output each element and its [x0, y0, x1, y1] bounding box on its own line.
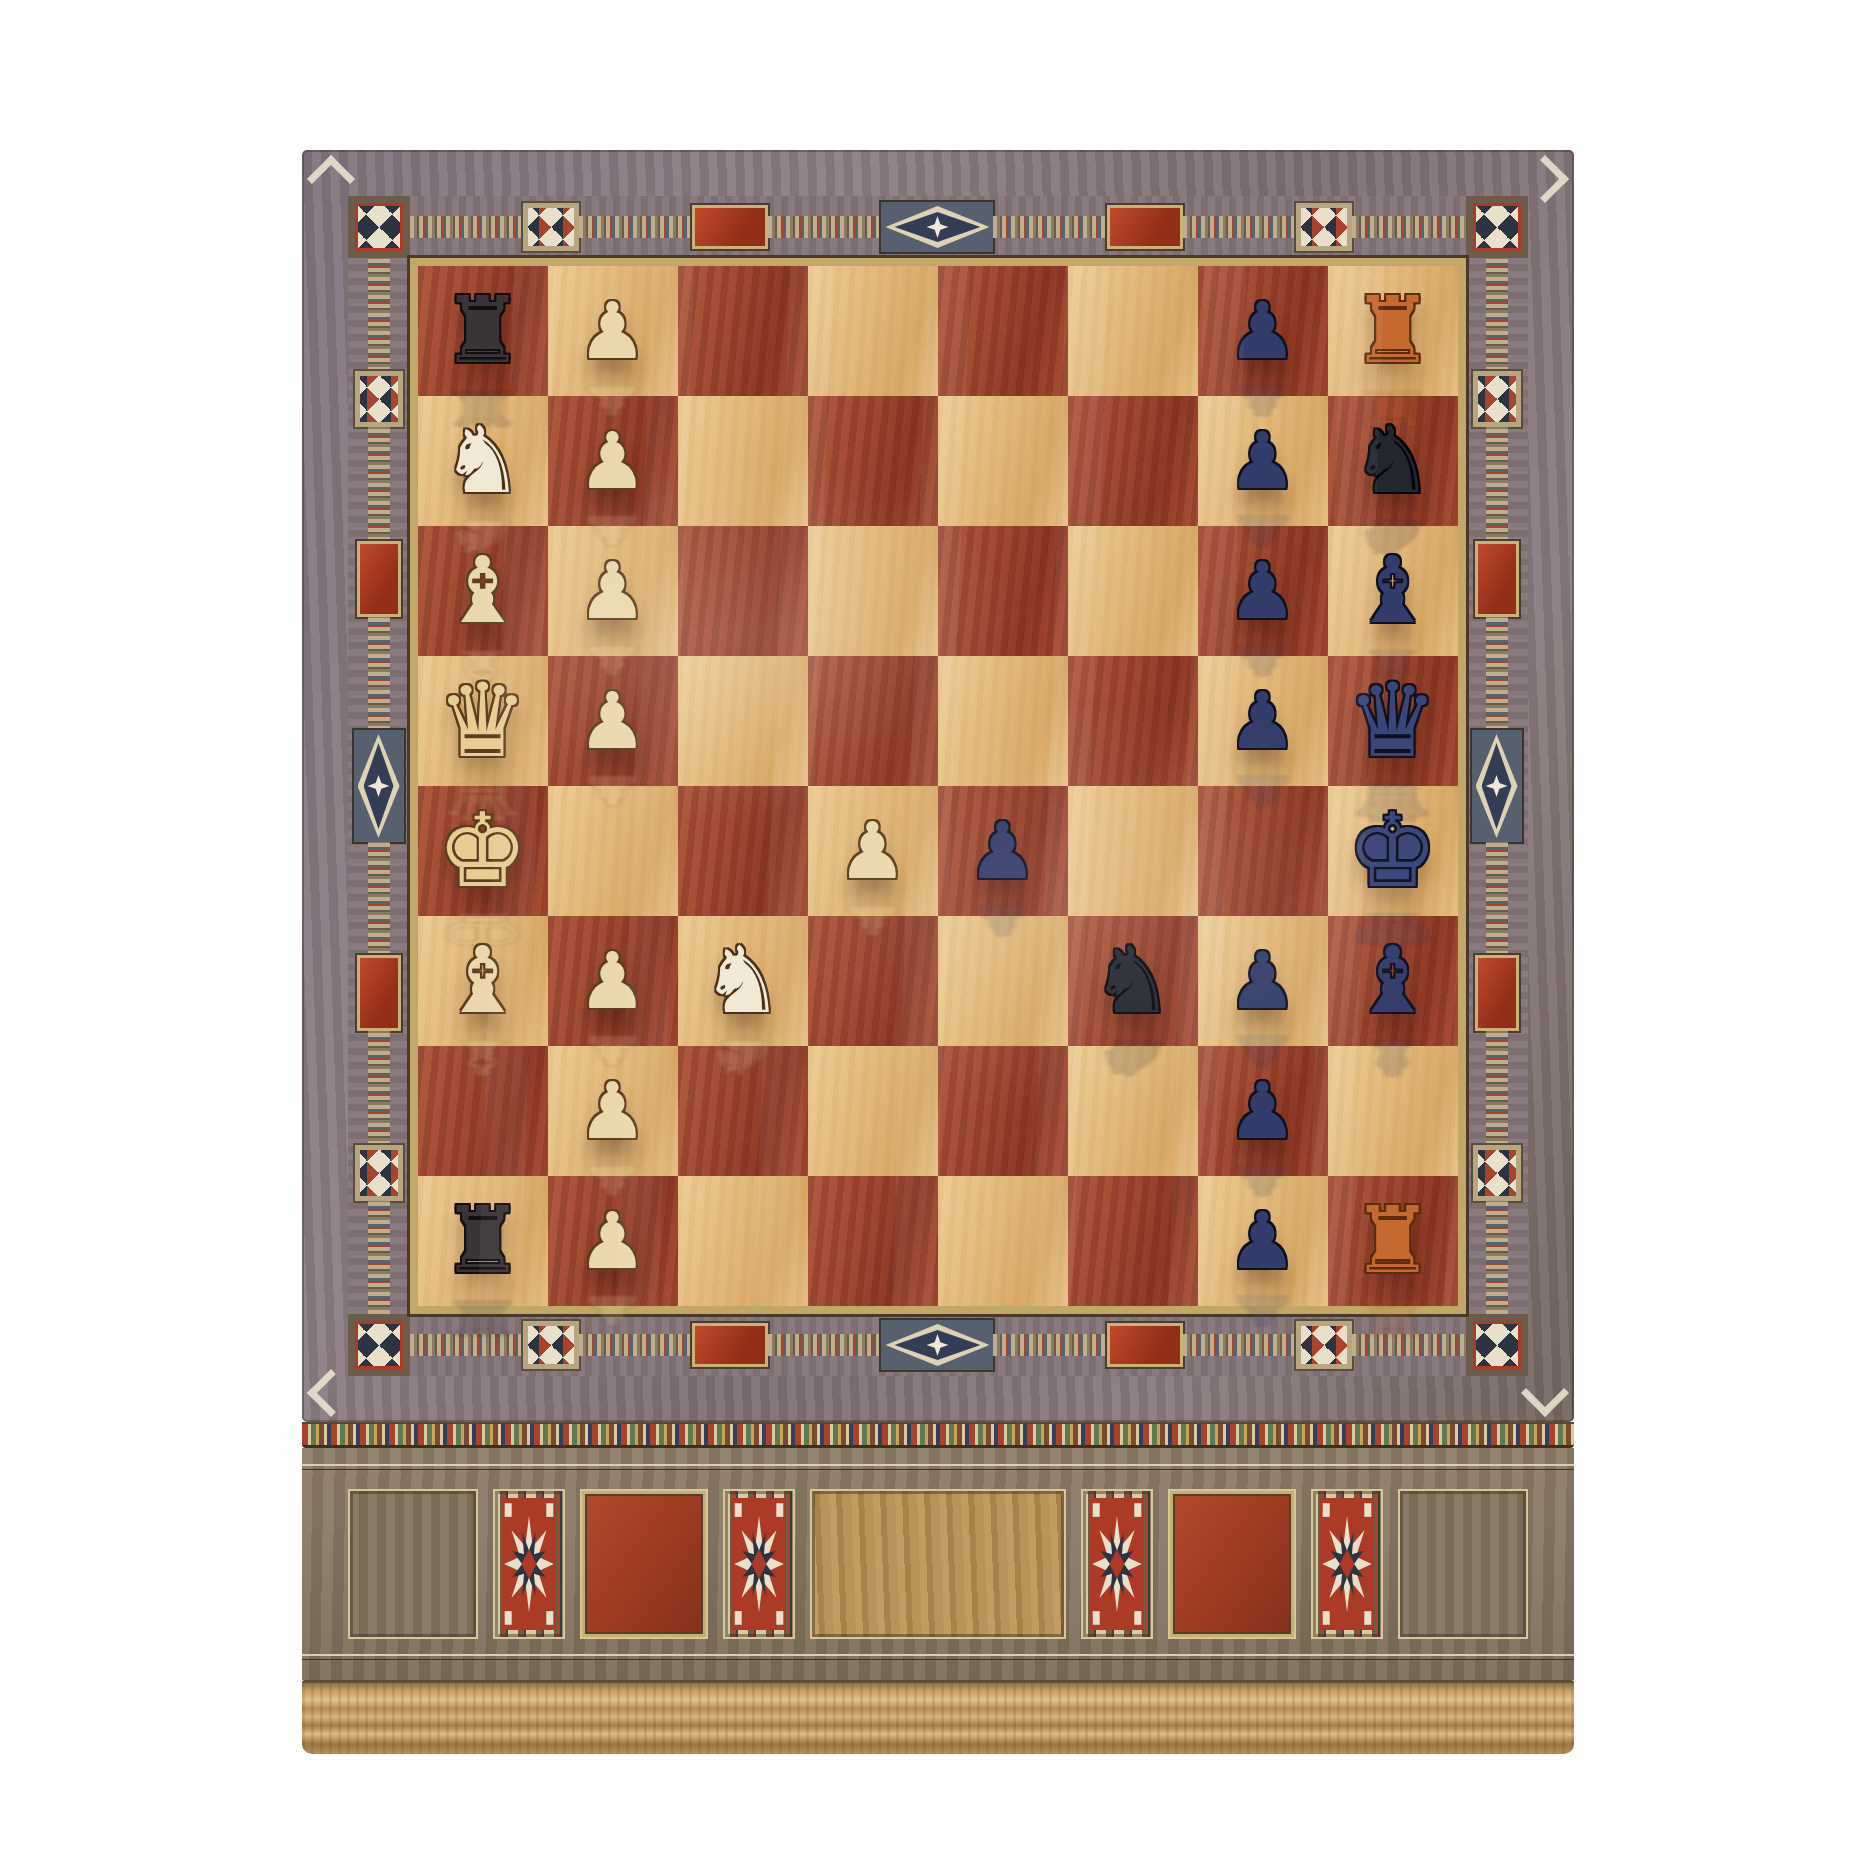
white-pawn-reflection: ♟ [548, 640, 678, 681]
side-panel-star [1081, 1489, 1153, 1639]
mosaic-corner-star [348, 1314, 410, 1376]
square-a7[interactable]: ♟♟ [1198, 266, 1328, 396]
side-panel-red [1168, 1489, 1296, 1639]
mosaic-red-square [357, 541, 401, 617]
black-pawn-reflection: ♟ [1198, 510, 1328, 551]
white-knight-reflection: ♞ [678, 1033, 808, 1081]
eye-diamond-outer [885, 1324, 989, 1366]
square-d5[interactable] [938, 656, 1068, 786]
square-d6[interactable] [1068, 656, 1198, 786]
white-pawn-reflection: ♟ [548, 1160, 678, 1201]
black-pawn[interactable]: ♟ [1228, 422, 1298, 500]
mosaic-stripe-segment [1183, 1334, 1296, 1356]
square-e4[interactable]: ♟♟ [808, 786, 938, 916]
white-pawn[interactable]: ♟ [578, 552, 648, 630]
black-pawn[interactable]: ♟ [1228, 682, 1298, 760]
square-c5[interactable] [938, 526, 1068, 656]
square-e8[interactable]: ♚♚ [1328, 786, 1458, 916]
white-pawn-reflection: ♟ [548, 510, 678, 551]
black-pawn-reflection: ♟ [1198, 1290, 1328, 1331]
mosaic-star-square [1473, 1145, 1521, 1201]
side-panel-walnut [1398, 1489, 1528, 1639]
mosaic-star-square [355, 1145, 403, 1201]
mosaic-stripe-segment [368, 1031, 390, 1144]
board-top-surface: ♜♜♟♟♟♟♜♜♞♞♟♟♟♟♞♞♝♝♟♟♟♟♝♝♛♛♟♟♟♟♛♛♚♚♟♟♟♟♚♚… [302, 150, 1574, 1422]
square-e1[interactable]: ♚♚ [418, 786, 548, 916]
mosaic-stripe-segment [368, 842, 390, 955]
box-front-panel [302, 1448, 1574, 1680]
eye-rosette [368, 775, 390, 797]
square-g5[interactable] [938, 1046, 1068, 1176]
black-pawn[interactable]: ♟ [1228, 1202, 1298, 1280]
square-a2[interactable]: ♟♟ [548, 266, 678, 396]
mosaic-stripe-segment [368, 258, 390, 371]
mosaic-red-square [692, 205, 768, 249]
black-pawn-reflection: ♟ [1198, 770, 1328, 811]
eye-diamond-outer [1476, 734, 1518, 838]
black-knight[interactable]: ♞ [1091, 935, 1173, 1027]
mosaic-stripe-segment [579, 1334, 692, 1356]
eye-diamond-outer [358, 734, 400, 838]
eye-diamond-inner [894, 1330, 980, 1360]
white-knight[interactable]: ♞ [701, 935, 783, 1027]
square-f7[interactable]: ♟♟ [1198, 916, 1328, 1046]
square-a5[interactable] [938, 266, 1068, 396]
mosaic-red-square [1107, 1323, 1183, 1367]
mosaic-corner-star [1466, 196, 1528, 258]
mosaic-star-square [1473, 371, 1521, 427]
square-d4[interactable] [808, 656, 938, 786]
mosaic-stripe-segment [1486, 842, 1508, 955]
square-d3[interactable] [678, 656, 808, 786]
white-rook-reflection: ♜ [418, 1293, 548, 1341]
black-pawn[interactable]: ♟ [968, 812, 1038, 890]
mosaic-eye-diamond [881, 1320, 993, 1370]
black-knight[interactable]: ♞ [1351, 415, 1433, 507]
eye-diamond-inner [894, 212, 980, 242]
side-panel-walnut [348, 1489, 478, 1639]
square-d1[interactable]: ♛♛ [418, 656, 548, 786]
mosaic-red-square [1107, 205, 1183, 249]
mosaic-stripe-segment [368, 617, 390, 730]
side-panel-star [723, 1489, 795, 1639]
mosaic-stripe-segment [1486, 617, 1508, 730]
white-pawn-reflection: ♟ [548, 770, 678, 811]
black-rook-reflection: ♜ [1328, 1293, 1458, 1341]
mosaic-star-inlay [1090, 1498, 1144, 1630]
eye-diamond-outer [885, 206, 989, 248]
square-f6[interactable]: ♞♞ [1068, 916, 1198, 1046]
side-panel-red [580, 1489, 708, 1639]
mosaic-border-top [410, 196, 1466, 258]
white-pawn[interactable]: ♟ [578, 292, 648, 370]
square-a4[interactable] [808, 266, 938, 396]
black-pawn-reflection: ♟ [1198, 1160, 1328, 1201]
black-pawn-reflection: ♟ [1198, 380, 1328, 421]
eye-rosette [1486, 775, 1508, 797]
white-pawn-reflection: ♟ [548, 1290, 678, 1331]
mosaic-pencil-edge-band [302, 1422, 1574, 1448]
side-panel-oak [810, 1489, 1066, 1639]
mosaic-stripe-segment [1352, 216, 1465, 238]
corner-inlay-mark [1520, 155, 1568, 203]
square-h8[interactable]: ♜♜ [1328, 1176, 1458, 1306]
white-pawn[interactable]: ♟ [578, 1072, 648, 1150]
mosaic-stripe-segment [579, 216, 692, 238]
eye-rosette [926, 1334, 948, 1356]
white-pawn-reflection: ♟ [548, 1030, 678, 1071]
black-pawn-reflection: ♟ [1198, 1030, 1328, 1071]
square-h5[interactable] [938, 1176, 1068, 1306]
eye-rosette [926, 216, 948, 238]
white-rook[interactable]: ♜ [441, 285, 523, 377]
mosaic-stripe-segment [410, 216, 523, 238]
square-b5[interactable] [938, 396, 1068, 526]
chess-board-box: ♜♜♟♟♟♟♜♜♞♞♟♟♟♟♞♞♝♝♟♟♟♟♝♝♛♛♟♟♟♟♛♛♚♚♟♟♟♟♚♚… [302, 150, 1574, 1754]
mosaic-star-square [1296, 203, 1352, 251]
square-b3[interactable] [678, 396, 808, 526]
mosaic-stripe-segment [993, 1334, 1106, 1356]
side-panel-star [1311, 1489, 1383, 1639]
chessboard: ♜♜♟♟♟♟♜♜♞♞♟♟♟♟♞♞♝♝♟♟♟♟♝♝♛♛♟♟♟♟♛♛♚♚♟♟♟♟♚♚… [418, 266, 1458, 1306]
white-bishop[interactable]: ♝ [441, 545, 523, 637]
square-a1[interactable]: ♜♜ [418, 266, 548, 396]
square-f2[interactable]: ♟♟ [548, 916, 678, 1046]
black-rook[interactable]: ♜ [1351, 285, 1433, 377]
black-rook[interactable]: ♜ [1351, 1195, 1433, 1287]
mosaic-red-square [692, 1323, 768, 1367]
mosaic-border-left [348, 258, 410, 1314]
mosaic-red-square [1475, 541, 1519, 617]
white-pawn-reflection: ♟ [548, 380, 678, 421]
eye-diamond-inner [364, 743, 394, 829]
mosaic-border-right [1466, 258, 1528, 1314]
square-e5[interactable]: ♟♟ [938, 786, 1068, 916]
mosaic-stripe-segment [368, 427, 390, 540]
square-b4[interactable] [808, 396, 938, 526]
side-panel-star [493, 1489, 565, 1639]
mosaic-red-square [1475, 955, 1519, 1031]
black-pawn-reflection: ♟ [938, 900, 1068, 941]
black-queen[interactable]: ♛ [1347, 670, 1438, 772]
mosaic-stripe-segment [1486, 1201, 1508, 1314]
black-pawn[interactable]: ♟ [1228, 292, 1298, 370]
square-h3[interactable] [678, 1176, 808, 1306]
white-pawn[interactable]: ♟ [578, 1202, 648, 1280]
square-h4[interactable] [808, 1176, 938, 1306]
black-pawn-reflection: ♟ [1198, 640, 1328, 681]
mosaic-stripe-segment [1486, 427, 1508, 540]
product-photo-scene: ♜♜♟♟♟♟♜♜♞♞♟♟♟♟♞♞♝♝♟♟♟♟♝♝♛♛♟♟♟♟♛♛♚♚♟♟♟♟♚♚… [0, 150, 1875, 1875]
black-bishop[interactable]: ♝ [1351, 935, 1433, 1027]
mosaic-stripe-segment [368, 1201, 390, 1314]
eye-diamond-inner [1482, 743, 1512, 829]
square-a3[interactable] [678, 266, 808, 396]
mosaic-border-frame: ♜♜♟♟♟♟♜♜♞♞♟♟♟♟♞♞♝♝♟♟♟♟♝♝♛♛♟♟♟♟♛♛♚♚♟♟♟♟♚♚… [348, 196, 1528, 1376]
mosaic-star-inlay [502, 1498, 556, 1630]
corner-inlay-mark [306, 1369, 354, 1417]
mosaic-stripe-segment [1486, 258, 1508, 371]
square-c6[interactable] [1068, 526, 1198, 656]
square-e3[interactable] [678, 786, 808, 916]
mosaic-red-square [357, 955, 401, 1031]
white-king[interactable]: ♚ [437, 800, 528, 902]
black-bishop-reflection: ♝ [1328, 1033, 1458, 1081]
square-a6[interactable] [1068, 266, 1198, 396]
black-pawn[interactable]: ♟ [1228, 942, 1298, 1020]
mosaic-eye-diamond [1472, 730, 1522, 842]
mosaic-eye-diamond [881, 202, 993, 252]
checkerboard-area: ♜♜♟♟♟♟♜♜♞♞♟♟♟♟♞♞♝♝♟♟♟♟♝♝♛♛♟♟♟♟♛♛♚♚♟♟♟♟♚♚… [410, 258, 1466, 1314]
white-pawn[interactable]: ♟ [578, 942, 648, 1020]
square-g4[interactable] [808, 1046, 938, 1176]
mosaic-corner-star [348, 196, 410, 258]
white-pawn[interactable]: ♟ [838, 812, 908, 890]
mosaic-eye-diamond [354, 730, 404, 842]
white-bishop-reflection: ♝ [418, 1033, 548, 1081]
base-plinth-molding [302, 1680, 1574, 1754]
mosaic-stripe-segment [768, 1334, 881, 1356]
white-pawn[interactable]: ♟ [578, 682, 648, 760]
mosaic-stripe-segment [1183, 216, 1296, 238]
black-knight-reflection: ♞ [1068, 1033, 1198, 1081]
square-b6[interactable] [1068, 396, 1198, 526]
white-queen[interactable]: ♛ [437, 670, 528, 772]
white-bishop[interactable]: ♝ [441, 935, 523, 1027]
black-king[interactable]: ♚ [1347, 800, 1438, 902]
mosaic-star-square [523, 203, 579, 251]
square-h1[interactable]: ♜♜ [418, 1176, 548, 1306]
white-pawn-reflection: ♟ [808, 900, 938, 941]
square-a8[interactable]: ♜♜ [1328, 266, 1458, 396]
square-d8[interactable]: ♛♛ [1328, 656, 1458, 786]
mosaic-stripe-segment [768, 216, 881, 238]
square-f3[interactable]: ♞♞ [678, 916, 808, 1046]
square-e6[interactable] [1068, 786, 1198, 916]
black-pawn[interactable]: ♟ [1228, 1072, 1298, 1150]
mosaic-star-inlay [732, 1498, 786, 1630]
mosaic-corner-star [1466, 1314, 1528, 1376]
corner-inlay-mark [1520, 1369, 1568, 1417]
square-c4[interactable] [808, 526, 938, 656]
mosaic-star-square [355, 371, 403, 427]
white-knight[interactable]: ♞ [441, 415, 523, 507]
black-bishop[interactable]: ♝ [1351, 545, 1433, 637]
square-c3[interactable] [678, 526, 808, 656]
mosaic-star-inlay [1320, 1498, 1374, 1630]
square-h6[interactable] [1068, 1176, 1198, 1306]
white-pawn[interactable]: ♟ [578, 422, 648, 500]
black-pawn[interactable]: ♟ [1228, 552, 1298, 630]
mosaic-stripe-segment [993, 216, 1106, 238]
white-rook[interactable]: ♜ [441, 1195, 523, 1287]
mosaic-stripe-segment [1486, 1031, 1508, 1144]
